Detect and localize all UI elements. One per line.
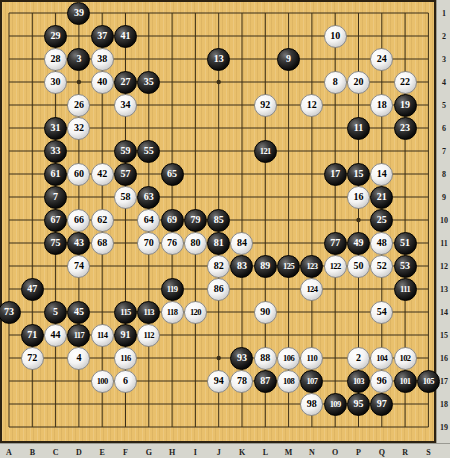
intersection-M17[interactable]: 108 [277,370,300,393]
intersection-Q18[interactable]: 97 [370,393,393,416]
intersection-E18[interactable] [91,393,114,416]
intersection-K16[interactable]: 93 [230,347,253,370]
intersection-O12[interactable]: 122 [324,255,347,278]
intersection-A11[interactable] [0,232,21,255]
intersection-O7[interactable] [324,140,347,163]
intersection-C6[interactable]: 31 [44,117,67,140]
intersection-C9[interactable]: 7 [44,186,67,209]
intersection-K17[interactable]: 78 [230,370,253,393]
intersection-C2[interactable]: 29 [44,25,67,48]
intersection-P3[interactable] [347,48,370,71]
intersection-E7[interactable] [91,140,114,163]
intersection-P2[interactable] [347,25,370,48]
intersection-P18[interactable]: 95 [347,393,370,416]
intersection-L7[interactable]: 121 [254,140,277,163]
intersection-O18[interactable]: 109 [324,393,347,416]
intersection-O4[interactable]: 8 [324,71,347,94]
intersection-R10[interactable] [393,209,416,232]
intersection-P13[interactable] [347,278,370,301]
intersection-R6[interactable]: 23 [393,117,416,140]
intersection-D1[interactable]: 39 [67,2,90,25]
intersection-Q7[interactable] [370,140,393,163]
intersection-D10[interactable]: 66 [67,209,90,232]
intersection-N16[interactable]: 110 [300,347,323,370]
intersection-M6[interactable] [277,117,300,140]
intersection-M15[interactable] [277,324,300,347]
intersection-G11[interactable]: 70 [137,232,160,255]
intersection-P19[interactable] [347,416,370,439]
intersection-R12[interactable]: 53 [393,255,416,278]
intersection-L16[interactable]: 88 [254,347,277,370]
intersection-B11[interactable] [21,232,44,255]
intersection-D19[interactable] [67,416,90,439]
intersection-H17[interactable] [160,370,183,393]
intersection-J11[interactable]: 81 [207,232,230,255]
intersection-N8[interactable] [300,163,323,186]
intersection-M19[interactable] [277,416,300,439]
intersection-L14[interactable]: 90 [254,301,277,324]
intersection-G16[interactable] [137,347,160,370]
intersection-L10[interactable] [254,209,277,232]
intersection-A18[interactable] [0,393,21,416]
intersection-P9[interactable]: 16 [347,186,370,209]
intersection-K11[interactable]: 84 [230,232,253,255]
intersection-G10[interactable]: 64 [137,209,160,232]
intersection-A6[interactable] [0,117,21,140]
intersection-C13[interactable] [44,278,67,301]
intersection-R13[interactable]: 111 [393,278,416,301]
intersection-P8[interactable]: 15 [347,163,370,186]
intersection-B15[interactable]: 71 [21,324,44,347]
intersection-M14[interactable] [277,301,300,324]
intersection-Q5[interactable]: 18 [370,94,393,117]
intersection-M13[interactable] [277,278,300,301]
intersection-K12[interactable]: 83 [230,255,253,278]
intersection-P12[interactable]: 50 [347,255,370,278]
intersection-G18[interactable] [137,393,160,416]
intersection-P4[interactable]: 20 [347,71,370,94]
intersection-I18[interactable] [184,393,207,416]
intersection-L12[interactable]: 89 [254,255,277,278]
intersection-G14[interactable]: 113 [137,301,160,324]
intersection-I1[interactable] [184,2,207,25]
intersection-M9[interactable] [277,186,300,209]
intersection-R1[interactable] [393,2,416,25]
intersection-M16[interactable]: 106 [277,347,300,370]
intersection-I19[interactable] [184,416,207,439]
intersection-J15[interactable] [207,324,230,347]
intersection-F13[interactable] [114,278,137,301]
intersection-F8[interactable]: 57 [114,163,137,186]
intersection-J13[interactable]: 86 [207,278,230,301]
intersection-H19[interactable] [160,416,183,439]
intersection-F11[interactable] [114,232,137,255]
intersection-G13[interactable] [137,278,160,301]
intersection-K4[interactable] [230,71,253,94]
intersection-J12[interactable]: 82 [207,255,230,278]
intersection-O17[interactable] [324,370,347,393]
intersection-A16[interactable] [0,347,21,370]
intersection-D7[interactable] [67,140,90,163]
intersection-R19[interactable] [393,416,416,439]
intersection-Q6[interactable] [370,117,393,140]
intersection-E16[interactable] [91,347,114,370]
intersection-B10[interactable] [21,209,44,232]
intersection-I15[interactable] [184,324,207,347]
intersection-P11[interactable]: 49 [347,232,370,255]
intersection-E3[interactable]: 38 [91,48,114,71]
intersection-M8[interactable] [277,163,300,186]
intersection-F1[interactable] [114,2,137,25]
intersection-F9[interactable]: 58 [114,186,137,209]
intersection-N3[interactable] [300,48,323,71]
intersection-L15[interactable] [254,324,277,347]
intersection-E12[interactable] [91,255,114,278]
intersection-O8[interactable]: 17 [324,163,347,186]
intersection-R9[interactable] [393,186,416,209]
intersection-H3[interactable] [160,48,183,71]
intersection-E17[interactable]: 100 [91,370,114,393]
intersection-E13[interactable] [91,278,114,301]
intersection-P6[interactable]: 11 [347,117,370,140]
intersection-O10[interactable] [324,209,347,232]
intersection-N6[interactable] [300,117,323,140]
intersection-C16[interactable] [44,347,67,370]
intersection-N12[interactable]: 123 [300,255,323,278]
intersection-B6[interactable] [21,117,44,140]
intersection-O16[interactable] [324,347,347,370]
intersection-C1[interactable] [44,2,67,25]
intersection-O9[interactable] [324,186,347,209]
intersection-F17[interactable]: 6 [114,370,137,393]
intersection-I2[interactable] [184,25,207,48]
intersection-I13[interactable] [184,278,207,301]
intersection-A7[interactable] [0,140,21,163]
intersection-C12[interactable] [44,255,67,278]
intersection-M10[interactable] [277,209,300,232]
intersection-N1[interactable] [300,2,323,25]
intersection-G17[interactable] [137,370,160,393]
intersection-A1[interactable] [0,2,21,25]
intersection-F5[interactable]: 34 [114,94,137,117]
intersection-C18[interactable] [44,393,67,416]
intersection-P14[interactable] [347,301,370,324]
intersection-A14[interactable]: 73 [0,301,21,324]
intersection-K8[interactable] [230,163,253,186]
intersection-B17[interactable] [21,370,44,393]
intersection-C14[interactable]: 5 [44,301,67,324]
intersection-A10[interactable] [0,209,21,232]
intersection-R8[interactable] [393,163,416,186]
intersection-I8[interactable] [184,163,207,186]
intersection-Q12[interactable]: 52 [370,255,393,278]
intersection-E8[interactable]: 42 [91,163,114,186]
intersection-K19[interactable] [230,416,253,439]
intersection-B2[interactable] [21,25,44,48]
intersection-O1[interactable] [324,2,347,25]
intersection-H10[interactable]: 69 [160,209,183,232]
intersection-F3[interactable] [114,48,137,71]
intersection-L3[interactable] [254,48,277,71]
intersection-R17[interactable]: 101 [393,370,416,393]
intersection-K15[interactable] [230,324,253,347]
intersection-I6[interactable] [184,117,207,140]
intersection-Q13[interactable] [370,278,393,301]
intersection-H5[interactable] [160,94,183,117]
intersection-R18[interactable] [393,393,416,416]
intersection-K7[interactable] [230,140,253,163]
intersection-Q19[interactable] [370,416,393,439]
intersection-O5[interactable] [324,94,347,117]
intersection-D12[interactable]: 74 [67,255,90,278]
intersection-F6[interactable] [114,117,137,140]
intersection-C4[interactable]: 30 [44,71,67,94]
intersection-A3[interactable] [0,48,21,71]
intersection-H12[interactable] [160,255,183,278]
intersection-D3[interactable]: 3 [67,48,90,71]
intersection-E2[interactable]: 37 [91,25,114,48]
intersection-O13[interactable] [324,278,347,301]
intersection-N7[interactable] [300,140,323,163]
intersection-G5[interactable] [137,94,160,117]
intersection-G15[interactable]: 112 [137,324,160,347]
intersection-R7[interactable] [393,140,416,163]
intersection-F16[interactable]: 116 [114,347,137,370]
intersection-P7[interactable] [347,140,370,163]
intersection-K1[interactable] [230,2,253,25]
intersection-B3[interactable] [21,48,44,71]
intersection-S17[interactable]: 105 [417,370,440,393]
intersection-H2[interactable] [160,25,183,48]
intersection-E5[interactable] [91,94,114,117]
intersection-J6[interactable] [207,117,230,140]
intersection-D18[interactable] [67,393,90,416]
intersection-D8[interactable]: 60 [67,163,90,186]
intersection-J2[interactable] [207,25,230,48]
intersection-G19[interactable] [137,416,160,439]
intersection-D14[interactable]: 45 [67,301,90,324]
intersection-E14[interactable] [91,301,114,324]
intersection-C7[interactable]: 33 [44,140,67,163]
intersection-N2[interactable] [300,25,323,48]
intersection-O15[interactable] [324,324,347,347]
intersection-O2[interactable]: 10 [324,25,347,48]
intersection-G3[interactable] [137,48,160,71]
intersection-L1[interactable] [254,2,277,25]
intersection-L6[interactable] [254,117,277,140]
intersection-L2[interactable] [254,25,277,48]
intersection-O6[interactable] [324,117,347,140]
intersection-H6[interactable] [160,117,183,140]
intersection-J4[interactable] [207,71,230,94]
intersection-C19[interactable] [44,416,67,439]
intersection-L19[interactable] [254,416,277,439]
intersection-J3[interactable]: 13 [207,48,230,71]
intersection-A8[interactable] [0,163,21,186]
intersection-A13[interactable] [0,278,21,301]
intersection-I11[interactable]: 80 [184,232,207,255]
intersection-J1[interactable] [207,2,230,25]
intersection-N5[interactable]: 12 [300,94,323,117]
intersection-A15[interactable] [0,324,21,347]
intersection-N15[interactable] [300,324,323,347]
intersection-P15[interactable] [347,324,370,347]
intersection-K9[interactable] [230,186,253,209]
intersection-L9[interactable] [254,186,277,209]
intersection-G1[interactable] [137,2,160,25]
intersection-R14[interactable] [393,301,416,324]
intersection-F12[interactable] [114,255,137,278]
intersection-J7[interactable] [207,140,230,163]
intersection-C10[interactable]: 67 [44,209,67,232]
intersection-B7[interactable] [21,140,44,163]
intersection-F4[interactable]: 27 [114,71,137,94]
intersection-I9[interactable] [184,186,207,209]
intersection-B8[interactable] [21,163,44,186]
intersection-C11[interactable]: 75 [44,232,67,255]
intersection-F15[interactable]: 91 [114,324,137,347]
intersection-M1[interactable] [277,2,300,25]
intersection-E19[interactable] [91,416,114,439]
intersection-R4[interactable]: 22 [393,71,416,94]
intersection-D15[interactable]: 117 [67,324,90,347]
intersection-K18[interactable] [230,393,253,416]
intersection-L18[interactable] [254,393,277,416]
intersection-K5[interactable] [230,94,253,117]
intersection-N4[interactable] [300,71,323,94]
intersection-E4[interactable]: 40 [91,71,114,94]
intersection-Q16[interactable]: 104 [370,347,393,370]
intersection-J18[interactable] [207,393,230,416]
intersection-M4[interactable] [277,71,300,94]
intersection-I16[interactable] [184,347,207,370]
intersection-I7[interactable] [184,140,207,163]
intersection-I10[interactable]: 79 [184,209,207,232]
intersection-F7[interactable]: 59 [114,140,137,163]
intersection-G7[interactable]: 55 [137,140,160,163]
intersection-O3[interactable] [324,48,347,71]
intersection-D11[interactable]: 43 [67,232,90,255]
intersection-I17[interactable] [184,370,207,393]
intersection-N14[interactable] [300,301,323,324]
intersection-H9[interactable] [160,186,183,209]
intersection-L5[interactable]: 92 [254,94,277,117]
intersection-Q2[interactable] [370,25,393,48]
intersection-B13[interactable]: 47 [21,278,44,301]
intersection-H7[interactable] [160,140,183,163]
intersection-R11[interactable]: 51 [393,232,416,255]
intersection-O14[interactable] [324,301,347,324]
intersection-B4[interactable] [21,71,44,94]
intersection-J14[interactable] [207,301,230,324]
intersection-G12[interactable] [137,255,160,278]
intersection-F14[interactable]: 115 [114,301,137,324]
intersection-B12[interactable] [21,255,44,278]
intersection-F18[interactable] [114,393,137,416]
intersection-E10[interactable]: 62 [91,209,114,232]
intersection-D4[interactable] [67,71,90,94]
intersection-P16[interactable]: 2 [347,347,370,370]
intersection-I4[interactable] [184,71,207,94]
intersection-M7[interactable] [277,140,300,163]
intersection-G6[interactable] [137,117,160,140]
intersection-B18[interactable] [21,393,44,416]
intersection-N19[interactable] [300,416,323,439]
intersection-I12[interactable] [184,255,207,278]
intersection-N17[interactable]: 107 [300,370,323,393]
intersection-E6[interactable] [91,117,114,140]
intersection-N9[interactable] [300,186,323,209]
intersection-F2[interactable]: 41 [114,25,137,48]
intersection-D13[interactable] [67,278,90,301]
intersection-L11[interactable] [254,232,277,255]
intersection-Q9[interactable]: 21 [370,186,393,209]
intersection-M3[interactable]: 9 [277,48,300,71]
intersection-L17[interactable]: 87 [254,370,277,393]
intersection-B5[interactable] [21,94,44,117]
intersection-I5[interactable] [184,94,207,117]
intersection-H4[interactable] [160,71,183,94]
intersection-A12[interactable] [0,255,21,278]
intersection-H15[interactable] [160,324,183,347]
intersection-J16[interactable] [207,347,230,370]
intersection-N10[interactable] [300,209,323,232]
intersection-O11[interactable]: 77 [324,232,347,255]
intersection-M11[interactable] [277,232,300,255]
intersection-P5[interactable] [347,94,370,117]
intersection-A2[interactable] [0,25,21,48]
intersection-Q15[interactable] [370,324,393,347]
intersection-K3[interactable] [230,48,253,71]
intersection-M2[interactable] [277,25,300,48]
intersection-Q8[interactable]: 14 [370,163,393,186]
intersection-L13[interactable] [254,278,277,301]
intersection-J19[interactable] [207,416,230,439]
intersection-H1[interactable] [160,2,183,25]
intersection-D16[interactable]: 4 [67,347,90,370]
intersection-C3[interactable]: 28 [44,48,67,71]
intersection-K6[interactable] [230,117,253,140]
intersection-K2[interactable] [230,25,253,48]
intersection-D9[interactable] [67,186,90,209]
intersection-F10[interactable] [114,209,137,232]
intersection-H14[interactable]: 118 [160,301,183,324]
intersection-E9[interactable] [91,186,114,209]
intersection-M18[interactable] [277,393,300,416]
intersection-M12[interactable]: 125 [277,255,300,278]
intersection-J8[interactable] [207,163,230,186]
intersection-K13[interactable] [230,278,253,301]
intersection-N18[interactable]: 98 [300,393,323,416]
intersection-M5[interactable] [277,94,300,117]
intersection-P1[interactable] [347,2,370,25]
intersection-Q10[interactable]: 25 [370,209,393,232]
intersection-C8[interactable]: 61 [44,163,67,186]
intersection-D5[interactable]: 26 [67,94,90,117]
intersection-C15[interactable]: 44 [44,324,67,347]
intersection-A5[interactable] [0,94,21,117]
intersection-N13[interactable]: 124 [300,278,323,301]
intersection-J10[interactable]: 85 [207,209,230,232]
intersection-R2[interactable] [393,25,416,48]
intersection-Q14[interactable]: 54 [370,301,393,324]
intersection-J17[interactable]: 94 [207,370,230,393]
intersection-G4[interactable]: 35 [137,71,160,94]
intersection-Q11[interactable]: 48 [370,232,393,255]
intersection-Q3[interactable]: 24 [370,48,393,71]
intersection-I3[interactable] [184,48,207,71]
intersection-D2[interactable] [67,25,90,48]
